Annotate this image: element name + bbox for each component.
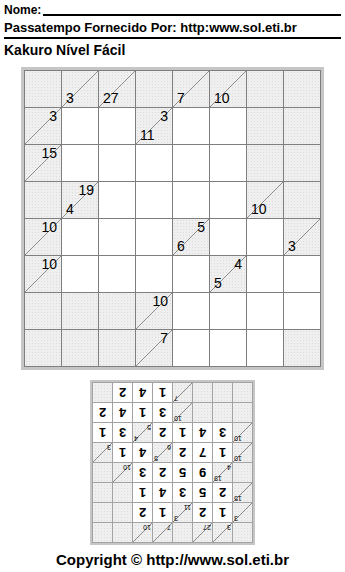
puzzle-cell-r6c7[interactable]	[284, 293, 321, 330]
across-clue: 19	[78, 183, 94, 198]
puzzle-cell-r1c3-clue: 311	[136, 108, 173, 145]
down-clue: 4	[66, 202, 74, 217]
solution-cell-r6c1-block	[212, 402, 232, 422]
solution-digit: 7	[199, 446, 206, 459]
across-clue: 5	[197, 220, 205, 235]
solution-cell-r0c6-block	[112, 522, 132, 542]
across-clue: 3	[234, 514, 238, 522]
puzzle-cell-r4c4-clue: 56	[173, 219, 210, 256]
solution-cell-r4c1: 1	[212, 442, 232, 462]
solution-cell-r5c2: 4	[192, 422, 212, 442]
puzzle-cell-r1c4[interactable]	[173, 108, 210, 145]
solution-cell-r7c3-clue: 7	[172, 382, 192, 402]
kakuro-solution-grid: 3277103123111215253411949523101017256413…	[92, 382, 253, 543]
down-clue: 6	[167, 443, 171, 451]
puzzle-cell-r1c2[interactable]	[99, 108, 136, 145]
across-clue: 3	[160, 109, 168, 124]
provider-line: Passatempo Fornecido Por: http:www.sol.e…	[4, 20, 341, 39]
puzzle-cell-r5c5-clue: 45	[210, 256, 247, 293]
solution-digit: 3	[139, 466, 146, 479]
puzzle-cell-r1c7-block	[284, 108, 321, 145]
solution-cell-r5c3: 1	[172, 422, 192, 442]
puzzle-cell-r3c3[interactable]	[136, 182, 173, 219]
across-clue: 7	[160, 331, 168, 346]
puzzle-cell-r7c5[interactable]	[210, 330, 247, 367]
down-clue: 6	[177, 239, 185, 254]
solution-cell-r4c2: 7	[192, 442, 212, 462]
solution-cell-r5c5-clue: 45	[132, 422, 152, 442]
puzzle-cell-r3c0-block	[25, 182, 62, 219]
solution-digit: 2	[219, 486, 226, 499]
solution-board-frame: 3277103123111215253411949523101017256413…	[90, 380, 255, 545]
solution-cell-r1c7-block	[92, 502, 112, 522]
copyright-text: Copyright © http://www.sol.eti.br	[4, 551, 341, 569]
puzzle-cell-r5c7[interactable]	[284, 256, 321, 293]
solution-cell-r7c2-block	[192, 382, 212, 402]
puzzle-cell-r0c2-clue: 27	[99, 71, 136, 108]
down-clue: 4	[227, 463, 231, 471]
puzzle-cell-r7c3-clue: 7	[136, 330, 173, 367]
across-clue: 10	[174, 414, 182, 422]
puzzle-cell-r3c4[interactable]	[173, 182, 210, 219]
solution-cell-r6c5: 1	[132, 402, 152, 422]
solution-digit: 4	[119, 406, 126, 419]
puzzle-cell-r5c0-clue: 10	[25, 256, 62, 293]
down-clue: 3	[227, 523, 231, 531]
down-clue: 5	[214, 276, 222, 291]
puzzle-cell-r3c6-clue: 10	[247, 182, 284, 219]
solution-cell-r0c3-block	[172, 522, 192, 542]
solution-digit: 3	[119, 426, 126, 439]
solution-cell-r2c2: 5	[192, 482, 212, 502]
solution-digit: 3	[159, 406, 166, 419]
down-clue: 10	[123, 463, 131, 471]
puzzle-cell-r2c0-clue: 15	[25, 145, 62, 182]
solution-digit: 1	[219, 506, 226, 519]
puzzle-cell-r3c5[interactable]	[210, 182, 247, 219]
name-label: Nome:	[4, 3, 41, 17]
solution-cell-r0c0-block	[232, 522, 252, 542]
solution-cell-r2c3: 3	[172, 482, 192, 502]
across-clue: 3	[174, 514, 178, 522]
puzzle-cell-r2c7-block	[284, 145, 321, 182]
down-clue: 10	[251, 202, 267, 217]
puzzle-cell-r1c0-clue: 3	[25, 108, 62, 145]
across-clue: 5	[154, 454, 158, 462]
down-clue: 3	[107, 443, 111, 451]
solution-digit: 1	[159, 386, 166, 399]
puzzle-cell-r1c1[interactable]	[62, 108, 99, 145]
puzzle-cell-r7c7-block	[284, 330, 321, 367]
puzzle-cell-r3c2[interactable]	[99, 182, 136, 219]
solution-digit: 1	[179, 426, 186, 439]
solution-cell-r1c5: 2	[132, 502, 152, 522]
solution-digit: 2	[179, 446, 186, 459]
puzzle-cell-r5c4[interactable]	[173, 256, 210, 293]
puzzle-cell-r1c6-block	[247, 108, 284, 145]
solution-cell-r3c1-clue: 194	[212, 462, 232, 482]
solution-digit: 1	[99, 426, 106, 439]
solution-cell-r7c0-block	[232, 382, 252, 402]
puzzle-cell-r2c1[interactable]	[62, 145, 99, 182]
solution-cell-r6c6: 4	[112, 402, 132, 422]
puzzle-cell-r1c5[interactable]	[210, 108, 247, 145]
puzzle-cell-r7c4[interactable]	[173, 330, 210, 367]
solution-cell-r7c4: 1	[152, 382, 172, 402]
puzzle-cell-r4c3[interactable]	[136, 219, 173, 256]
across-clue: 4	[234, 257, 242, 272]
puzzle-cell-r2c3[interactable]	[136, 145, 173, 182]
solution-digit: 2	[119, 386, 126, 399]
solution-cell-r3c7-block	[92, 462, 112, 482]
down-clue: 7	[177, 91, 185, 106]
puzzle-cell-r0c5-clue: 10	[210, 71, 247, 108]
puzzle-cell-r2c2[interactable]	[99, 145, 136, 182]
puzzle-cell-r6c5[interactable]	[210, 293, 247, 330]
down-clue: 3	[288, 239, 296, 254]
down-clue: 7	[167, 523, 171, 531]
solution-digit: 4	[199, 426, 206, 439]
puzzle-cell-r0c4-clue: 7	[173, 71, 210, 108]
solution-cell-r7c7-block	[92, 382, 112, 402]
solution-cell-r1c1: 1	[212, 502, 232, 522]
solution-cell-r7c6: 2	[112, 382, 132, 402]
puzzle-cell-r0c0-block	[25, 71, 62, 108]
solution-digit: 1	[159, 506, 166, 519]
solution-digit: 5	[179, 466, 186, 479]
solution-digit: 1	[219, 446, 226, 459]
name-fill-in-rule	[43, 13, 341, 16]
solution-cell-r5c1: 3	[212, 422, 232, 442]
solution-cell-r1c2: 2	[192, 502, 212, 522]
puzzle-cell-r4c2[interactable]	[99, 219, 136, 256]
puzzle-board-frame: 32771033111519410105631045107	[21, 67, 324, 370]
across-clue: 19	[214, 474, 222, 482]
solution-cell-r2c1: 2	[212, 482, 232, 502]
puzzle-cell-r5c6[interactable]	[247, 256, 284, 293]
puzzle-cell-r7c0-block	[25, 330, 62, 367]
solution-cell-r3c3: 5	[172, 462, 192, 482]
solution-cell-r0c4-clue: 7	[152, 522, 172, 542]
solution-cell-r6c7: 2	[92, 402, 112, 422]
solution-cell-r5c4: 2	[152, 422, 172, 442]
solution-cell-r0c7-block	[92, 522, 112, 542]
puzzle-cell-r6c4[interactable]	[173, 293, 210, 330]
across-clue: 10	[234, 454, 242, 462]
puzzle-cell-r0c1-clue: 3	[62, 71, 99, 108]
solution-cell-r1c6-block	[112, 502, 132, 522]
solution-cell-r2c5: 1	[132, 482, 152, 502]
solution-digit: 3	[219, 426, 226, 439]
solution-cell-r6c2-block	[192, 402, 212, 422]
solution-cell-r5c0-clue: 10	[232, 422, 252, 442]
solution-digit: 2	[99, 406, 106, 419]
solution-cell-r5c6: 3	[112, 422, 132, 442]
solution-cell-r4c0-clue: 10	[232, 442, 252, 462]
solution-cell-r4c3: 2	[172, 442, 192, 462]
solution-cell-r4c5: 4	[132, 442, 152, 462]
solution-digit: 2	[159, 426, 166, 439]
kakuro-puzzle-grid: 32771033111519410105631045107	[24, 70, 321, 367]
puzzle-cell-r0c6-block	[247, 71, 284, 108]
puzzle-cell-r4c1[interactable]	[62, 219, 99, 256]
down-clue: 27	[203, 523, 211, 531]
across-clue: 10	[152, 294, 168, 309]
puzzle-cell-r5c3[interactable]	[136, 256, 173, 293]
puzzle-cell-r4c0-clue: 10	[25, 219, 62, 256]
solution-cell-r6c3-clue: 10	[172, 402, 192, 422]
puzzle-cell-r2c4[interactable]	[173, 145, 210, 182]
down-clue: 3	[66, 91, 74, 106]
solution-cell-r1c3-clue: 311	[172, 502, 192, 522]
down-clue: 11	[184, 503, 191, 511]
down-clue: 27	[103, 91, 119, 106]
across-clue: 3	[49, 109, 57, 124]
solution-digit: 5	[199, 486, 206, 499]
solution-digit: 1	[139, 406, 146, 419]
puzzle-cell-r7c6[interactable]	[247, 330, 284, 367]
solution-cell-r3c6-clue: 10	[112, 462, 132, 482]
puzzle-cell-r7c1-block	[62, 330, 99, 367]
kakuro-page: Nome: Passatempo Fornecido Por: http:www…	[0, 0, 345, 572]
solution-cell-r2c6-block	[112, 482, 132, 502]
puzzle-cell-r0c7-block	[284, 71, 321, 108]
puzzle-cell-r7c2-block	[99, 330, 136, 367]
solution-cell-r7c1-block	[212, 382, 232, 402]
solution-digit: 4	[159, 486, 166, 499]
solution-cell-r4c4-clue: 56	[152, 442, 172, 462]
solution-cell-r3c0-block	[232, 462, 252, 482]
across-clue: 10	[41, 220, 57, 235]
puzzle-cell-r2c6-block	[247, 145, 284, 182]
solution-cell-r0c1-clue: 3	[212, 522, 232, 542]
solution-cell-r3c5: 3	[132, 462, 152, 482]
across-clue: 7	[174, 394, 178, 402]
puzzle-cell-r0c3-block	[136, 71, 173, 108]
solution-digit: 4	[139, 446, 146, 459]
solution-cell-r7c5: 4	[132, 382, 152, 402]
solution-cell-r4c6: 1	[112, 442, 132, 462]
solution-digit: 9	[199, 466, 206, 479]
down-clue: 11	[140, 128, 155, 143]
solution-cell-r0c5-clue: 10	[132, 522, 152, 542]
solution-cell-r6c0-block	[232, 402, 252, 422]
puzzle-cell-r2c5[interactable]	[210, 145, 247, 182]
solution-digit: 3	[179, 486, 186, 499]
solution-digit: 2	[199, 506, 206, 519]
down-clue: 10	[214, 91, 230, 106]
across-clue: 15	[41, 146, 57, 161]
solution-cell-r3c2: 9	[192, 462, 212, 482]
puzzle-cell-r5c1[interactable]	[62, 256, 99, 293]
puzzle-cell-r4c5[interactable]	[210, 219, 247, 256]
page-title: Kakuro Nível Fácil	[4, 42, 341, 59]
solution-cell-r0c2-clue: 27	[192, 522, 212, 542]
solution-cell-r1c4: 1	[152, 502, 172, 522]
across-clue: 10	[41, 257, 57, 272]
puzzle-cell-r6c1-block	[62, 293, 99, 330]
solution-cell-r2c0-clue: 15	[232, 482, 252, 502]
puzzle-cell-r4c6[interactable]	[247, 219, 284, 256]
across-clue: 4	[134, 434, 138, 442]
down-clue: 5	[147, 423, 151, 431]
solution-cell-r5c7: 1	[92, 422, 112, 442]
solution-digit: 1	[139, 486, 146, 499]
solution-digit: 2	[139, 506, 146, 519]
puzzle-cell-r6c2-block	[99, 293, 136, 330]
solution-cell-r1c0-clue: 3	[232, 502, 252, 522]
puzzle-cell-r6c6[interactable]	[247, 293, 284, 330]
solution-cell-r2c7-block	[92, 482, 112, 502]
name-line: Nome:	[4, 3, 341, 17]
solution-digit: 2	[159, 466, 166, 479]
solution-cell-r2c4: 4	[152, 482, 172, 502]
puzzle-cell-r5c2[interactable]	[99, 256, 136, 293]
puzzle-cell-r6c0-block	[25, 293, 62, 330]
down-clue: 10	[143, 523, 151, 531]
solution-cell-r4c7-clue: 3	[92, 442, 112, 462]
puzzle-cell-r3c7-block	[284, 182, 321, 219]
solution-cell-r3c4: 2	[152, 462, 172, 482]
across-clue: 15	[234, 494, 242, 502]
puzzle-cell-r4c7-clue: 3	[284, 219, 321, 256]
solution-digit: 4	[139, 386, 146, 399]
solution-digit: 1	[119, 446, 126, 459]
across-clue: 10	[234, 434, 242, 442]
puzzle-cell-r6c3-clue: 10	[136, 293, 173, 330]
puzzle-cell-r3c1-clue: 194	[62, 182, 99, 219]
solution-cell-r6c4: 3	[152, 402, 172, 422]
